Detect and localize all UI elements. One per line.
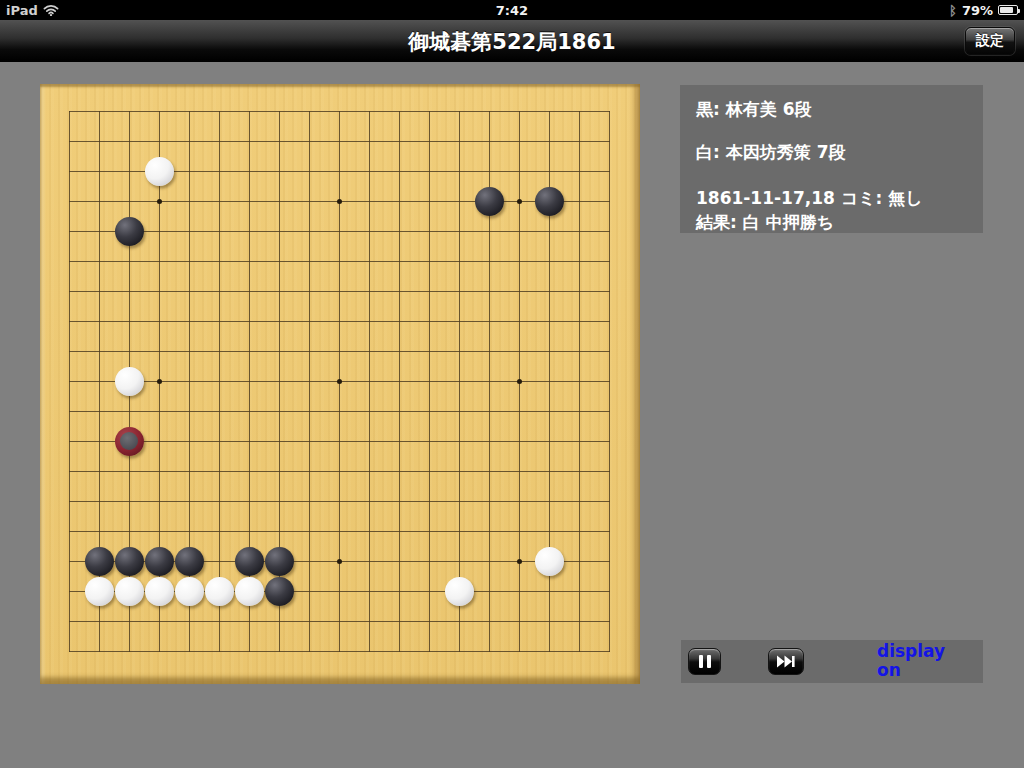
battery-nub <box>1018 9 1020 13</box>
nav-bar: 御城碁第522局1861 設定 <box>0 20 1024 62</box>
stone-white <box>115 577 144 606</box>
stone-white <box>445 577 474 606</box>
grid-line-horizontal <box>69 501 610 502</box>
stone-white <box>85 577 114 606</box>
star-point <box>337 199 342 204</box>
stone-black <box>475 187 504 216</box>
star-point <box>157 379 162 384</box>
star-point <box>337 379 342 384</box>
grid-line-horizontal <box>69 651 610 652</box>
stone-black <box>235 547 264 576</box>
stone-black <box>535 187 564 216</box>
status-bar: iPad 7:42 ᛒ 79% <box>0 0 1024 20</box>
pause-icon <box>699 655 703 668</box>
stone-white <box>145 157 174 186</box>
stone-black <box>175 547 204 576</box>
stone-black <box>265 547 294 576</box>
page-title: 御城碁第522局1861 <box>0 28 1024 56</box>
star-point <box>517 379 522 384</box>
stone-black <box>85 547 114 576</box>
grid-line-vertical <box>579 111 580 652</box>
display-toggle-line1: display <box>877 642 945 661</box>
stone-black <box>115 217 144 246</box>
grid-line-horizontal <box>69 441 610 442</box>
display-toggle-line2: on <box>877 661 945 680</box>
stone-black-last-move <box>115 427 144 456</box>
battery-fill <box>1000 7 1013 13</box>
pause-button[interactable] <box>688 648 721 675</box>
grid-line-horizontal <box>69 531 610 532</box>
grid-line-horizontal <box>69 621 610 622</box>
star-point <box>337 559 342 564</box>
star-point <box>157 199 162 204</box>
clock: 7:42 <box>0 3 1024 18</box>
grid-line-horizontal <box>69 471 610 472</box>
date-komi-label: 1861-11-17,18 コミ: 無し <box>696 188 967 209</box>
playback-bar: display on <box>681 640 983 683</box>
white-player-label: 白: 本因坊秀策 7段 <box>696 142 967 163</box>
stone-black <box>115 547 144 576</box>
stone-white <box>205 577 234 606</box>
black-player-label: 黒: 林有美 6段 <box>696 99 967 120</box>
grid-line-horizontal <box>69 411 610 412</box>
grid-line-vertical <box>459 111 460 652</box>
star-point <box>517 199 522 204</box>
skip-to-end-button[interactable] <box>768 648 804 675</box>
stone-black <box>265 577 294 606</box>
skip-to-end-icon <box>777 655 796 668</box>
stone-white <box>535 547 564 576</box>
go-board[interactable] <box>40 84 640 684</box>
grid-line-vertical <box>429 111 430 652</box>
stone-white <box>115 367 144 396</box>
stone-white <box>235 577 264 606</box>
settings-button[interactable]: 設定 <box>965 27 1015 55</box>
grid-line-vertical <box>369 111 370 652</box>
battery-icon <box>998 5 1018 15</box>
grid-line-vertical <box>609 111 610 652</box>
display-toggle[interactable]: display on <box>877 642 945 680</box>
result-label: 結果: 白 中押勝ち <box>696 212 967 233</box>
stone-white <box>145 577 174 606</box>
star-point <box>517 559 522 564</box>
stone-white <box>175 577 204 606</box>
game-info-panel: 黒: 林有美 6段 白: 本因坊秀策 7段 1861-11-17,18 コミ: … <box>680 85 983 233</box>
grid-line-vertical <box>399 111 400 652</box>
stone-black <box>145 547 174 576</box>
